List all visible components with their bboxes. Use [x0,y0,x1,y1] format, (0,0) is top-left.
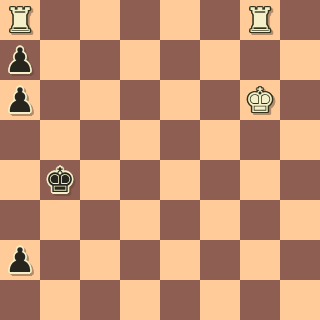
square-a6[interactable]: ♟ [0,80,40,120]
square-g1[interactable] [240,280,280,320]
square-h1[interactable] [280,280,320,320]
square-b2[interactable] [40,240,80,280]
black-king-b4[interactable]: ♚ [40,160,80,200]
square-d5[interactable] [120,120,160,160]
square-f8[interactable] [200,0,240,40]
square-c7[interactable] [80,40,120,80]
square-b8[interactable] [40,0,80,40]
square-e5[interactable] [160,120,200,160]
square-e7[interactable] [160,40,200,80]
square-f6[interactable] [200,80,240,120]
square-a3[interactable] [0,200,40,240]
square-c2[interactable] [80,240,120,280]
square-h5[interactable] [280,120,320,160]
square-g2[interactable] [240,240,280,280]
square-b7[interactable] [40,40,80,80]
square-e1[interactable] [160,280,200,320]
square-g4[interactable] [240,160,280,200]
square-c6[interactable] [80,80,120,120]
square-h6[interactable] [280,80,320,120]
square-f1[interactable] [200,280,240,320]
square-d7[interactable] [120,40,160,80]
square-c5[interactable] [80,120,120,160]
square-e8[interactable] [160,0,200,40]
square-f2[interactable] [200,240,240,280]
square-d1[interactable] [120,280,160,320]
square-a1[interactable] [0,280,40,320]
square-a5[interactable] [0,120,40,160]
square-e4[interactable] [160,160,200,200]
square-d3[interactable] [120,200,160,240]
black-pawn-a7[interactable]: ♟ [0,40,40,80]
chess-board: ♜♜♟♟♚♚♟ [0,0,320,320]
square-a4[interactable] [0,160,40,200]
white-rook-a8[interactable]: ♜ [0,0,40,40]
square-f3[interactable] [200,200,240,240]
square-h8[interactable] [280,0,320,40]
square-c3[interactable] [80,200,120,240]
black-pawn-a6[interactable]: ♟ [0,80,40,120]
white-king-g6[interactable]: ♚ [240,80,280,120]
square-c4[interactable] [80,160,120,200]
square-g5[interactable] [240,120,280,160]
square-h2[interactable] [280,240,320,280]
square-b5[interactable] [40,120,80,160]
square-f7[interactable] [200,40,240,80]
square-d6[interactable] [120,80,160,120]
square-d4[interactable] [120,160,160,200]
square-a8[interactable]: ♜ [0,0,40,40]
square-h7[interactable] [280,40,320,80]
square-g8[interactable]: ♜ [240,0,280,40]
square-a7[interactable]: ♟ [0,40,40,80]
square-b3[interactable] [40,200,80,240]
square-c1[interactable] [80,280,120,320]
white-rook-g8[interactable]: ♜ [240,0,280,40]
square-e2[interactable] [160,240,200,280]
square-f5[interactable] [200,120,240,160]
square-b6[interactable] [40,80,80,120]
square-b4[interactable]: ♚ [40,160,80,200]
square-g3[interactable] [240,200,280,240]
square-h3[interactable] [280,200,320,240]
square-a2[interactable]: ♟ [0,240,40,280]
square-d2[interactable] [120,240,160,280]
square-c8[interactable] [80,0,120,40]
square-f4[interactable] [200,160,240,200]
square-h4[interactable] [280,160,320,200]
square-g6[interactable]: ♚ [240,80,280,120]
square-e3[interactable] [160,200,200,240]
square-e6[interactable] [160,80,200,120]
square-g7[interactable] [240,40,280,80]
black-pawn-a2[interactable]: ♟ [0,240,40,280]
square-d8[interactable] [120,0,160,40]
square-b1[interactable] [40,280,80,320]
